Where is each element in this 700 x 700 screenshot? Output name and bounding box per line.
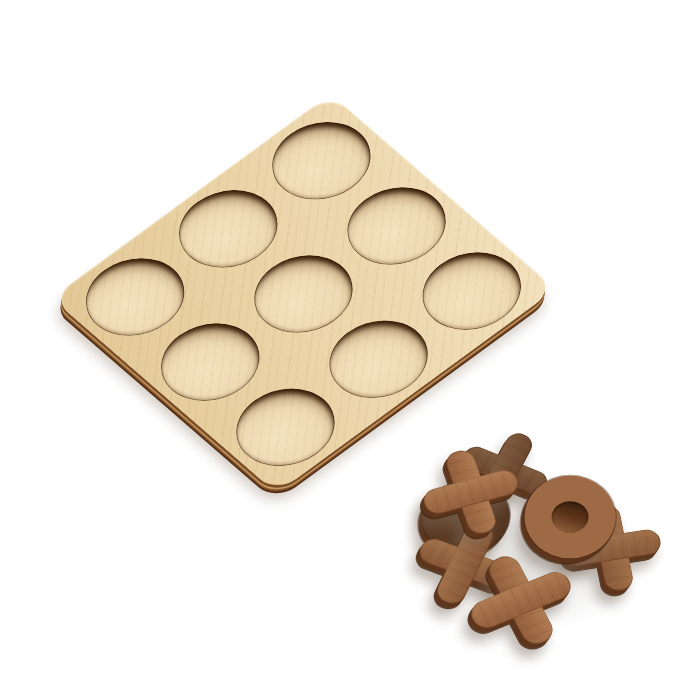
o-ring — [525, 476, 616, 559]
o-piece-shape — [524, 473, 616, 560]
game-board — [51, 93, 556, 493]
product-photo-stage — [0, 0, 700, 700]
